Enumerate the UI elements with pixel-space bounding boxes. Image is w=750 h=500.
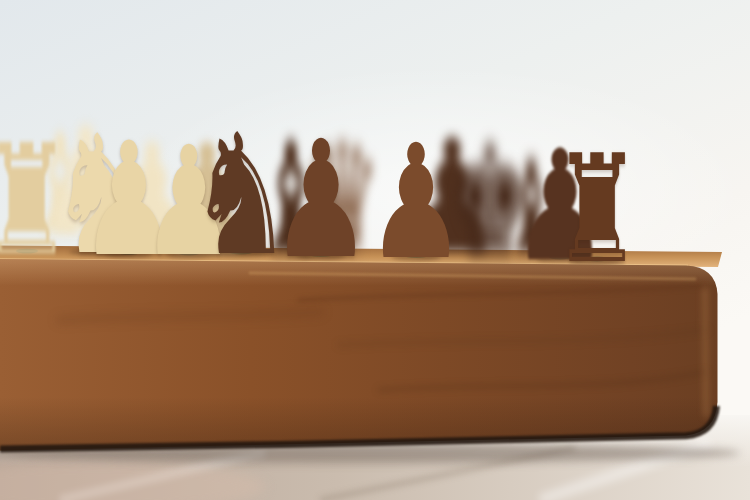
chess-photo: ♝♟♜♟♛♝♟♟♚♝♞♟♟♞♟♟♟♜: [0, 0, 750, 500]
photo-canvas: ♝♟♜♟♛♝♟♟♚♝♞♟♟♞♟♟♟♜: [0, 0, 750, 500]
board-front-face: [0, 259, 718, 451]
